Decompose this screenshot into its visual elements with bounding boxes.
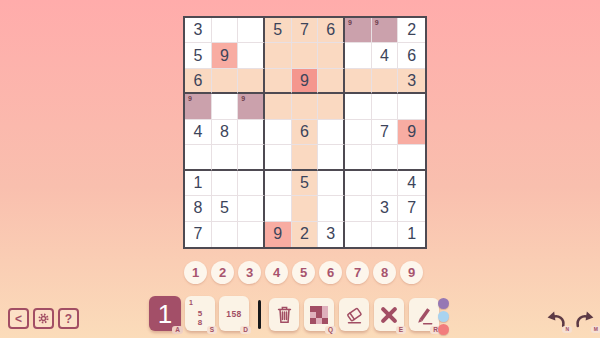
cell-r6c7[interactable]	[345, 145, 372, 170]
cell-r2c3[interactable]	[238, 43, 265, 68]
cell-r7c4[interactable]	[265, 171, 292, 196]
numpad-button-1[interactable]: 1	[184, 261, 207, 284]
trash-icon	[276, 305, 293, 324]
x-icon	[380, 306, 398, 324]
cell-r4c5[interactable]	[292, 94, 319, 119]
cell-r7c1[interactable]: 1	[185, 171, 212, 196]
clear-cell-button[interactable]: E	[374, 298, 404, 331]
cell-r4c2[interactable]	[212, 94, 239, 119]
color-dot-purple[interactable]	[438, 298, 449, 309]
mode-corner-button[interactable]: 1 5 8 S	[185, 296, 215, 331]
shortcut-badge: N	[562, 326, 572, 333]
cell-r1c1[interactable]: 3	[185, 18, 212, 43]
cell-r1c2[interactable]	[212, 18, 239, 43]
cell-r7c3[interactable]	[238, 171, 265, 196]
pen-button[interactable]: R	[409, 298, 439, 331]
numpad-button-3[interactable]: 3	[238, 261, 261, 284]
numpad-button-7[interactable]: 7	[346, 261, 369, 284]
app-background: 357699259466939948679154853779231 123456…	[0, 0, 600, 338]
cell-r3c9[interactable]: 3	[398, 69, 425, 94]
cell-r5c5[interactable]: 6	[292, 120, 319, 145]
cell-r8c9[interactable]: 7	[398, 196, 425, 221]
pen-icon	[414, 305, 434, 325]
numpad-button-6[interactable]: 6	[319, 261, 342, 284]
cell-r5c8[interactable]: 7	[372, 120, 399, 145]
cell-r3c4[interactable]	[265, 69, 292, 94]
cell-r5c4[interactable]	[265, 120, 292, 145]
cell-r3c7[interactable]	[345, 69, 372, 94]
cell-r2c6[interactable]	[318, 43, 345, 68]
cell-r8c5[interactable]	[292, 196, 319, 221]
back-button[interactable]: <	[8, 308, 29, 329]
redo-button[interactable]: M	[573, 309, 597, 333]
cell-r7c8[interactable]	[372, 171, 399, 196]
cell-r5c3[interactable]	[238, 120, 265, 145]
cell-r3c1[interactable]: 6	[185, 69, 212, 94]
cell-r9c6[interactable]: 3	[318, 222, 345, 247]
cell-r2c5[interactable]	[292, 43, 319, 68]
cell-r3c3[interactable]	[238, 69, 265, 94]
cell-r6c2[interactable]	[212, 145, 239, 170]
cell-r4c7[interactable]	[345, 94, 372, 119]
numpad-button-8[interactable]: 8	[373, 261, 396, 284]
cell-r6c6[interactable]	[318, 145, 345, 170]
shortcut-badge: M	[591, 326, 600, 333]
cell-r8c8[interactable]: 3	[372, 196, 399, 221]
cell-r1c7[interactable]: 9	[345, 18, 372, 43]
cell-r9c7[interactable]	[345, 222, 372, 247]
sudoku-board: 357699259466939948679154853779231	[183, 16, 427, 249]
cell-r1c5[interactable]: 7	[292, 18, 319, 43]
cell-r2c7[interactable]	[345, 43, 372, 68]
mode-digit-button[interactable]: 1 A	[149, 296, 181, 331]
cell-r8c1[interactable]: 8	[185, 196, 212, 221]
cell-r3c8[interactable]	[372, 69, 399, 94]
cell-r8c7[interactable]	[345, 196, 372, 221]
cell-r1c6[interactable]: 6	[318, 18, 345, 43]
cell-r9c4[interactable]: 9	[265, 222, 292, 247]
color-dot-red[interactable]	[438, 324, 449, 335]
cell-r8c2[interactable]: 5	[212, 196, 239, 221]
numpad-button-4[interactable]: 4	[265, 261, 288, 284]
numpad-button-9[interactable]: 9	[400, 261, 423, 284]
shortcut-badge: Q	[325, 326, 336, 335]
cell-r8c6[interactable]	[318, 196, 345, 221]
cell-r6c1[interactable]	[185, 145, 212, 170]
cell-r1c9[interactable]: 2	[398, 18, 425, 43]
cell-r4c1[interactable]: 9	[185, 94, 212, 119]
cell-r7c9[interactable]: 4	[398, 171, 425, 196]
settings-button[interactable]	[33, 308, 54, 329]
mode-center-button[interactable]: 158 D	[219, 296, 249, 331]
cell-r5c7[interactable]	[345, 120, 372, 145]
numpad-button-5[interactable]: 5	[292, 261, 315, 284]
cell-r7c6[interactable]	[318, 171, 345, 196]
cell-r3c2[interactable]	[212, 69, 239, 94]
gear-icon	[37, 312, 50, 325]
cell-r2c1[interactable]: 5	[185, 43, 212, 68]
cell-r4c8[interactable]	[372, 94, 399, 119]
cell-r6c9[interactable]	[398, 145, 425, 170]
cell-r4c4[interactable]	[265, 94, 292, 119]
cell-r1c3[interactable]	[238, 18, 265, 43]
number-pad: 123456789	[184, 261, 423, 284]
cell-r4c3[interactable]: 9	[238, 94, 265, 119]
cell-r8c4[interactable]	[265, 196, 292, 221]
cell-r7c2[interactable]	[212, 171, 239, 196]
cell-r8c3[interactable]	[238, 196, 265, 221]
eraser-button[interactable]	[339, 298, 369, 331]
mode-digit-value: 1	[158, 301, 172, 327]
cell-r7c5[interactable]: 5	[292, 171, 319, 196]
numpad-button-2[interactable]: 2	[211, 261, 234, 284]
shortcut-badge: S	[207, 326, 217, 335]
cell-r9c8[interactable]	[372, 222, 399, 247]
cell-r9c1[interactable]: 7	[185, 222, 212, 247]
cell-r5c9[interactable]: 9	[398, 120, 425, 145]
color-dot-blue[interactable]	[438, 311, 449, 322]
delete-button[interactable]	[269, 298, 299, 331]
cell-r9c2[interactable]	[212, 222, 239, 247]
cell-r3c6[interactable]	[318, 69, 345, 94]
cell-r5c6[interactable]	[318, 120, 345, 145]
undo-button[interactable]: N	[544, 309, 568, 333]
shortcut-badge: E	[396, 326, 406, 335]
cell-r9c5[interactable]: 2	[292, 222, 319, 247]
cell-r6c3[interactable]	[238, 145, 265, 170]
cell-r2c9[interactable]: 6	[398, 43, 425, 68]
cell-r7c7[interactable]	[345, 171, 372, 196]
cell-r1c4[interactable]: 5	[265, 18, 292, 43]
center-marks-preview: 158	[226, 309, 242, 319]
cell-r2c2[interactable]: 9	[212, 43, 239, 68]
cell-r9c3[interactable]	[238, 222, 265, 247]
cell-r4c9[interactable]	[398, 94, 425, 119]
cell-r2c8[interactable]: 4	[372, 43, 399, 68]
cell-r2c4[interactable]	[265, 43, 292, 68]
shortcut-badge: D	[240, 326, 251, 335]
help-button[interactable]: ?	[58, 308, 79, 329]
cell-r6c8[interactable]	[372, 145, 399, 170]
shortcut-badge: A	[172, 326, 183, 335]
cell-r9c9[interactable]: 1	[398, 222, 425, 247]
cell-r4c6[interactable]	[318, 94, 345, 119]
cell-r6c5[interactable]	[292, 145, 319, 170]
cell-r1c8[interactable]: 9	[372, 18, 399, 43]
cell-r5c2[interactable]: 8	[212, 120, 239, 145]
cell-r3c5[interactable]: 9	[292, 69, 319, 94]
toolbar-divider	[258, 300, 261, 329]
auto-candidates-button[interactable]: Q	[304, 298, 334, 331]
cell-r5c1[interactable]: 4	[185, 120, 212, 145]
cell-r6c4[interactable]	[265, 145, 292, 170]
pen-color-palette	[438, 298, 449, 335]
eraser-icon	[344, 305, 364, 325]
grid-icon	[310, 306, 328, 324]
